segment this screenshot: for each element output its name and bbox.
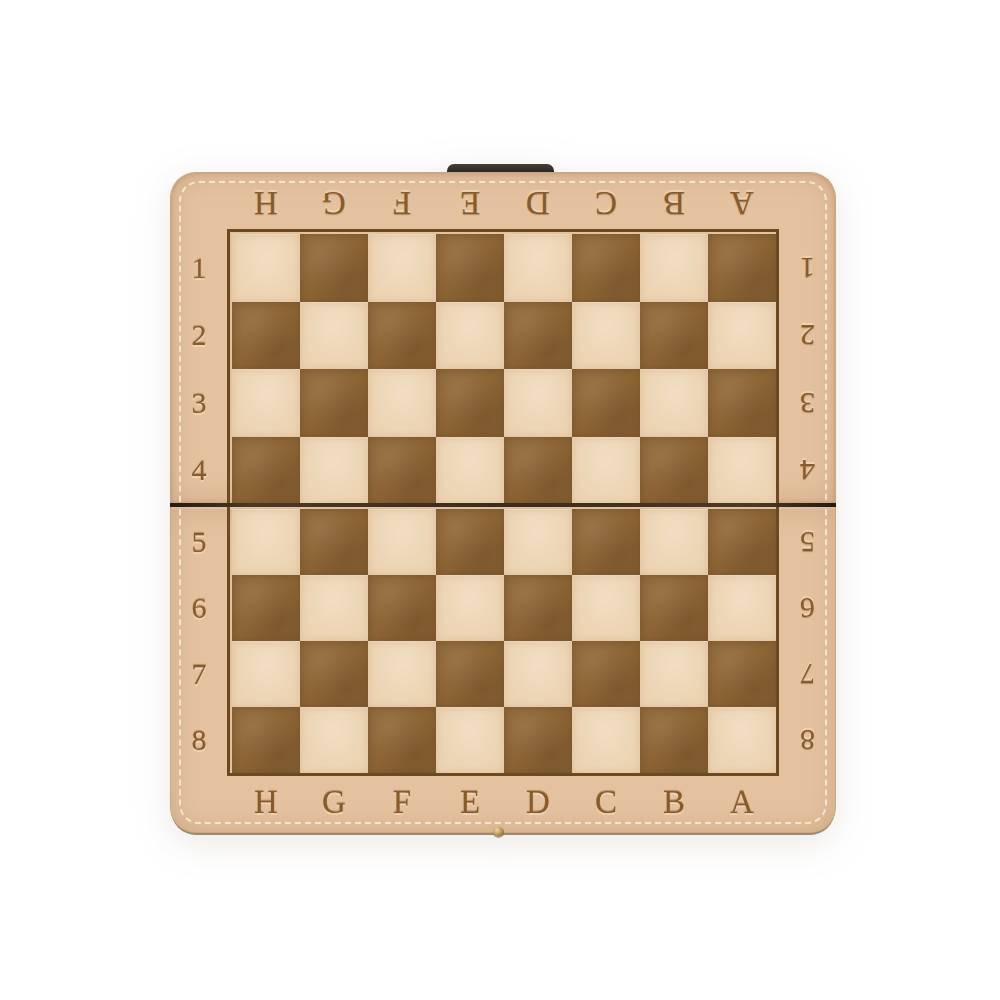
square-h8[interactable] (232, 707, 300, 773)
rank-label-right-5: 5 (800, 525, 815, 559)
square-c4[interactable] (572, 437, 640, 505)
file-label-top-b: B (663, 184, 685, 221)
square-d4[interactable] (504, 437, 572, 505)
square-c2[interactable] (572, 302, 640, 370)
square-c7[interactable] (572, 641, 640, 707)
rank-label-left-6: 6 (192, 591, 207, 625)
square-c1[interactable] (572, 234, 640, 302)
square-a8[interactable] (708, 707, 776, 773)
square-h3[interactable] (232, 369, 300, 437)
folding-chessboard: HGFEDCBA 1234 1234 HGFEDCBA 5678 5678 (170, 172, 836, 833)
file-label-top-g: G (322, 184, 346, 221)
rank-label-right-6: 6 (800, 591, 815, 625)
rank-label-left-1: 1 (192, 251, 207, 285)
square-a3[interactable] (708, 369, 776, 437)
board-bottom-half: HGFEDCBA 5678 5678 (170, 507, 836, 833)
square-e7[interactable] (436, 641, 504, 707)
product-photo-scene: HGFEDCBA 1234 1234 HGFEDCBA 5678 5678 (0, 0, 1000, 1000)
square-d3[interactable] (504, 369, 572, 437)
square-f5[interactable] (368, 509, 436, 575)
square-d5[interactable] (504, 509, 572, 575)
square-g1[interactable] (300, 234, 368, 302)
square-g4[interactable] (300, 437, 368, 505)
square-d6[interactable] (504, 575, 572, 641)
rank-label-left-8: 8 (192, 723, 207, 757)
squares-ranks-1-4 (232, 234, 776, 504)
square-c6[interactable] (572, 575, 640, 641)
square-g2[interactable] (300, 302, 368, 370)
rank-label-left-4: 4 (192, 453, 207, 487)
board-top-half: HGFEDCBA 1234 1234 (170, 172, 836, 503)
file-labels-top: HGFEDCBA (232, 173, 776, 231)
file-label-top-f: F (393, 184, 411, 221)
rank-labels-right-top: 1234 (779, 234, 835, 504)
square-g8[interactable] (300, 707, 368, 773)
square-c8[interactable] (572, 707, 640, 773)
square-h5[interactable] (232, 509, 300, 575)
rank-label-right-8: 8 (800, 723, 815, 757)
rank-label-left-3: 3 (192, 386, 207, 420)
rank-label-right-1: 1 (800, 251, 815, 285)
square-b6[interactable] (640, 575, 708, 641)
square-e3[interactable] (436, 369, 504, 437)
square-a1[interactable] (708, 234, 776, 302)
square-a6[interactable] (708, 575, 776, 641)
square-f4[interactable] (368, 437, 436, 505)
square-f3[interactable] (368, 369, 436, 437)
square-f6[interactable] (368, 575, 436, 641)
latch-knob (493, 827, 504, 837)
square-b2[interactable] (640, 302, 708, 370)
file-label-bottom-b: B (663, 784, 685, 821)
squares-ranks-5-8 (232, 509, 776, 773)
file-label-bottom-c: C (595, 784, 617, 821)
square-d1[interactable] (504, 234, 572, 302)
rank-label-right-3: 3 (800, 386, 815, 420)
rank-labels-left-top: 1234 (171, 234, 227, 504)
square-h6[interactable] (232, 575, 300, 641)
file-label-bottom-d: D (526, 784, 550, 821)
file-label-bottom-h: H (254, 784, 278, 821)
square-g5[interactable] (300, 509, 368, 575)
file-label-top-a: A (730, 184, 754, 221)
square-b4[interactable] (640, 437, 708, 505)
rank-label-left-2: 2 (192, 318, 207, 352)
square-a5[interactable] (708, 509, 776, 575)
rank-label-right-4: 4 (800, 453, 815, 487)
square-e1[interactable] (436, 234, 504, 302)
file-label-top-h: H (254, 184, 278, 221)
rank-labels-right-bottom: 5678 (779, 509, 835, 773)
square-b8[interactable] (640, 707, 708, 773)
square-f1[interactable] (368, 234, 436, 302)
square-h1[interactable] (232, 234, 300, 302)
square-e6[interactable] (436, 575, 504, 641)
square-f2[interactable] (368, 302, 436, 370)
square-a7[interactable] (708, 641, 776, 707)
square-e2[interactable] (436, 302, 504, 370)
square-c3[interactable] (572, 369, 640, 437)
square-f8[interactable] (368, 707, 436, 773)
square-e8[interactable] (436, 707, 504, 773)
file-labels-bottom: HGFEDCBA (232, 774, 776, 830)
square-b1[interactable] (640, 234, 708, 302)
rank-label-right-7: 7 (800, 657, 815, 691)
square-h7[interactable] (232, 641, 300, 707)
square-a2[interactable] (708, 302, 776, 370)
square-h2[interactable] (232, 302, 300, 370)
square-d8[interactable] (504, 707, 572, 773)
file-label-bottom-g: G (322, 784, 346, 821)
square-h4[interactable] (232, 437, 300, 505)
square-a4[interactable] (708, 437, 776, 505)
fold-seam (170, 503, 836, 507)
rank-label-left-5: 5 (192, 525, 207, 559)
rank-label-right-2: 2 (800, 318, 815, 352)
square-c5[interactable] (572, 509, 640, 575)
file-label-bottom-a: A (730, 784, 754, 821)
square-e4[interactable] (436, 437, 504, 505)
rank-labels-left-bottom: 5678 (171, 509, 227, 773)
square-f7[interactable] (368, 641, 436, 707)
file-label-bottom-f: F (393, 784, 411, 821)
square-b7[interactable] (640, 641, 708, 707)
rank-label-left-7: 7 (192, 657, 207, 691)
square-b3[interactable] (640, 369, 708, 437)
square-d2[interactable] (504, 302, 572, 370)
square-g6[interactable] (300, 575, 368, 641)
file-label-bottom-e: E (460, 784, 480, 821)
file-label-top-d: D (526, 184, 550, 221)
square-d7[interactable] (504, 641, 572, 707)
square-g3[interactable] (300, 369, 368, 437)
square-b5[interactable] (640, 509, 708, 575)
square-e5[interactable] (436, 509, 504, 575)
file-label-top-e: E (460, 184, 480, 221)
file-label-top-c: C (595, 184, 617, 221)
square-g7[interactable] (300, 641, 368, 707)
